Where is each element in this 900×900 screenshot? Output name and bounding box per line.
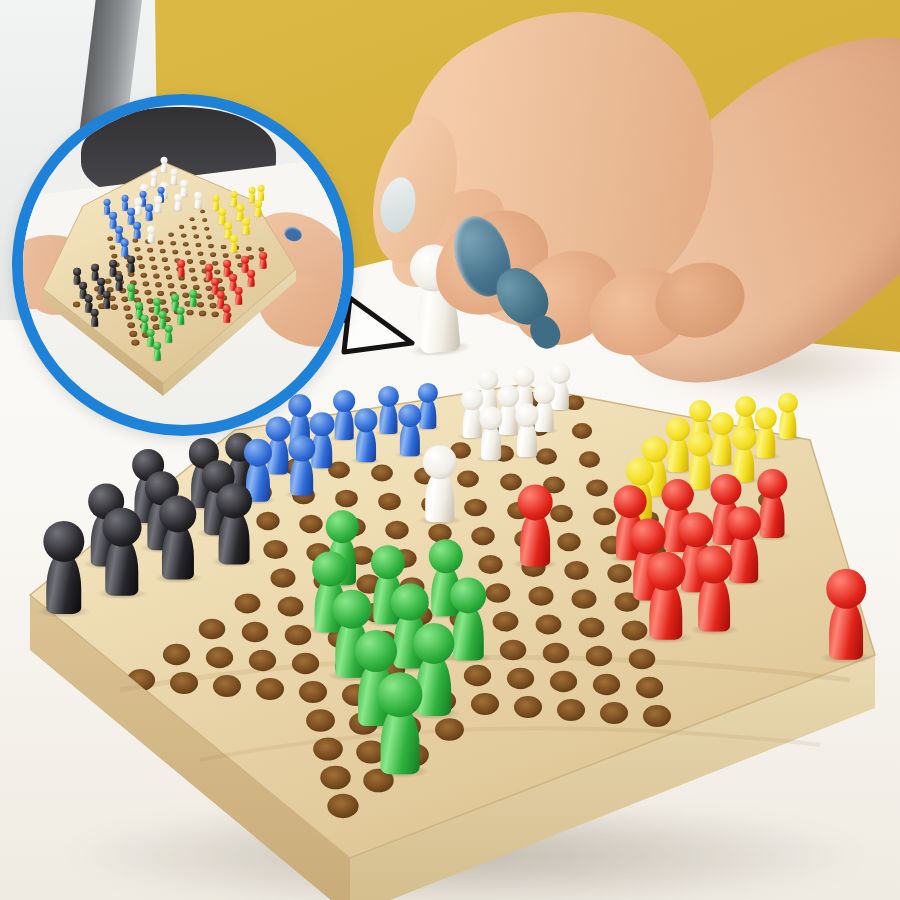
peg-blue <box>133 222 141 239</box>
peg-green <box>127 284 135 301</box>
peg-blue <box>145 204 153 221</box>
peg-white <box>194 192 202 209</box>
peg-yellow <box>242 218 250 235</box>
inset-circle <box>12 94 354 436</box>
peg-red <box>223 305 232 323</box>
peg-black <box>115 274 123 291</box>
peg-green <box>177 307 186 325</box>
peg-white <box>147 226 155 243</box>
peg-yellow <box>254 200 262 217</box>
peg-white <box>160 157 168 173</box>
peg-white <box>154 196 162 213</box>
peg-yellow <box>230 235 239 253</box>
peg-white <box>170 169 178 185</box>
peg-green <box>165 325 174 343</box>
peg-red <box>177 260 185 277</box>
peg-white <box>174 194 182 211</box>
peg-red <box>235 287 244 305</box>
peg-white <box>150 171 158 187</box>
peg-green <box>189 290 197 307</box>
peg-black <box>127 256 135 273</box>
product-photo-stage <box>0 0 900 900</box>
peg-black <box>91 309 100 327</box>
peg-blue <box>121 239 130 257</box>
peg-yellow <box>257 185 265 201</box>
peg-red <box>259 252 267 269</box>
peg-black <box>103 291 112 309</box>
peg-green <box>152 342 161 361</box>
inset-pegs-layer <box>23 105 343 425</box>
peg-red <box>247 270 255 287</box>
